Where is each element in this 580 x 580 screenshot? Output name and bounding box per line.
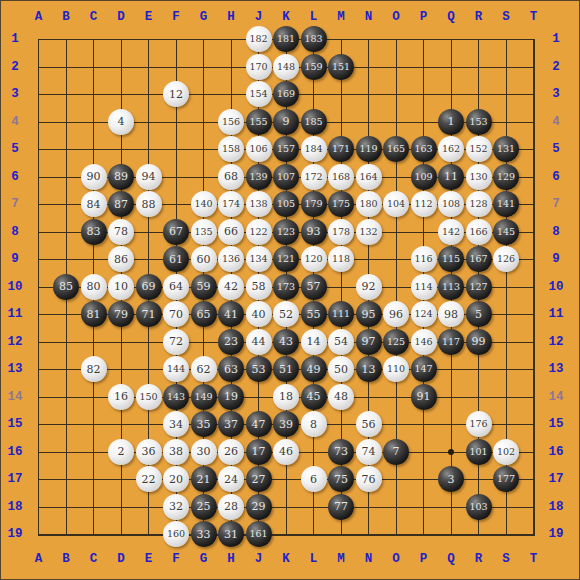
- stone-O7-move-104: 104: [383, 191, 409, 217]
- row-label-left-11: 11: [7, 307, 22, 321]
- stone-E7-move-88: 88: [136, 191, 162, 217]
- stone-P7-move-112: 112: [411, 191, 437, 217]
- col-label-bottom-G: G: [200, 552, 208, 566]
- stone-N5-move-119: 119: [356, 136, 382, 162]
- stone-S5-move-131: 131: [493, 136, 519, 162]
- row-label-right-5: 5: [552, 142, 560, 156]
- stone-D8-move-78: 78: [108, 219, 134, 245]
- stone-H14-move-19: 19: [218, 384, 244, 410]
- row-label-right-12: 12: [548, 335, 563, 349]
- col-label-top-S: S: [502, 10, 510, 24]
- row-label-left-3: 3: [11, 87, 19, 101]
- stone-K1-move-181: 181: [273, 26, 299, 52]
- stone-D14-move-16: 16: [108, 384, 134, 410]
- stone-H18-move-28: 28: [218, 494, 244, 520]
- col-label-top-L: L: [310, 10, 318, 24]
- stone-O16-move-7: 7: [383, 439, 409, 465]
- col-label-bottom-P: P: [420, 552, 428, 566]
- stone-H17-move-24: 24: [218, 466, 244, 492]
- stone-K13-move-51: 51: [273, 356, 299, 382]
- stone-S6-move-129: 129: [493, 164, 519, 190]
- stone-F9-move-61: 61: [163, 246, 189, 272]
- stone-F16-move-38: 38: [163, 439, 189, 465]
- stone-F15-move-34: 34: [163, 411, 189, 437]
- stone-R18-move-103: 103: [466, 494, 492, 520]
- stone-L7-move-179: 179: [301, 191, 327, 217]
- row-label-right-8: 8: [552, 225, 560, 239]
- stone-O12-move-125: 125: [383, 329, 409, 355]
- stone-O13-move-110: 110: [383, 356, 409, 382]
- stone-G8-move-135: 135: [191, 219, 217, 245]
- star-point-Q16: [448, 449, 454, 455]
- col-label-top-G: G: [200, 10, 208, 24]
- stone-R16-move-101: 101: [466, 439, 492, 465]
- stone-R6-move-130: 130: [466, 164, 492, 190]
- col-label-top-A: A: [35, 10, 43, 24]
- stone-H12-move-23: 23: [218, 329, 244, 355]
- row-label-left-7: 7: [11, 197, 19, 211]
- stone-P11-move-124: 124: [411, 301, 437, 327]
- stone-J2-move-170: 170: [246, 54, 272, 80]
- row-label-left-5: 5: [11, 142, 19, 156]
- stone-K12-move-43: 43: [273, 329, 299, 355]
- stone-H8-move-66: 66: [218, 219, 244, 245]
- row-label-left-18: 18: [7, 500, 22, 514]
- go-board: 1821811831701481591511215416941561559185…: [0, 0, 580, 580]
- stone-H11-move-41: 41: [218, 301, 244, 327]
- stone-J6-move-139: 139: [246, 164, 272, 190]
- stone-B10-move-85: 85: [53, 274, 79, 300]
- row-label-left-13: 13: [7, 362, 22, 376]
- stone-D7-move-87: 87: [108, 191, 134, 217]
- stone-N7-move-180: 180: [356, 191, 382, 217]
- col-label-bottom-C: C: [90, 552, 98, 566]
- stone-K7-move-105: 105: [273, 191, 299, 217]
- stone-E6-move-94: 94: [136, 164, 162, 190]
- stone-grid: 1821811831701481591511215416941561559185…: [25, 25, 548, 548]
- stone-Q7-move-108: 108: [438, 191, 464, 217]
- col-label-bottom-B: B: [62, 552, 70, 566]
- stone-H19-move-31: 31: [218, 521, 244, 547]
- stone-J5-move-106: 106: [246, 136, 272, 162]
- stone-J12-move-44: 44: [246, 329, 272, 355]
- row-label-left-10: 10: [7, 280, 22, 294]
- stone-H7-move-174: 174: [218, 191, 244, 217]
- row-label-left-9: 9: [11, 252, 19, 266]
- stone-L9-move-120: 120: [301, 246, 327, 272]
- stone-K10-move-173: 173: [273, 274, 299, 300]
- row-label-left-19: 19: [7, 527, 22, 541]
- col-label-bottom-R: R: [475, 552, 483, 566]
- stone-R12-move-99: 99: [466, 329, 492, 355]
- stone-F19-move-160: 160: [163, 521, 189, 547]
- col-label-bottom-E: E: [145, 552, 153, 566]
- stone-E14-move-150: 150: [136, 384, 162, 410]
- stone-Q5-move-162: 162: [438, 136, 464, 162]
- stone-J9-move-134: 134: [246, 246, 272, 272]
- row-label-left-2: 2: [11, 60, 19, 74]
- row-label-right-18: 18: [548, 500, 563, 514]
- stone-D9-move-86: 86: [108, 246, 134, 272]
- col-label-top-H: H: [227, 10, 235, 24]
- stone-F3-move-12: 12: [163, 81, 189, 107]
- stone-R5-move-152: 152: [466, 136, 492, 162]
- row-label-left-6: 6: [11, 170, 19, 184]
- stone-L4-move-185: 185: [301, 109, 327, 135]
- row-label-right-19: 19: [548, 527, 563, 541]
- row-label-right-16: 16: [548, 445, 563, 459]
- stone-G14-move-149: 149: [191, 384, 217, 410]
- stone-J8-move-122: 122: [246, 219, 272, 245]
- stone-F18-move-32: 32: [163, 494, 189, 520]
- row-label-right-11: 11: [548, 307, 563, 321]
- col-label-bottom-L: L: [310, 552, 318, 566]
- stone-G9-move-60: 60: [191, 246, 217, 272]
- stone-G18-move-25: 25: [191, 494, 217, 520]
- stone-M8-move-178: 178: [328, 219, 354, 245]
- stone-J17-move-27: 27: [246, 466, 272, 492]
- stone-K6-move-107: 107: [273, 164, 299, 190]
- stone-M11-move-111: 111: [328, 301, 354, 327]
- stone-M5-move-171: 171: [328, 136, 354, 162]
- col-label-bottom-D: D: [117, 552, 125, 566]
- col-label-bottom-S: S: [502, 552, 510, 566]
- stone-N8-move-132: 132: [356, 219, 382, 245]
- col-label-top-R: R: [475, 10, 483, 24]
- stone-G10-move-59: 59: [191, 274, 217, 300]
- stone-M12-move-54: 54: [328, 329, 354, 355]
- col-label-top-B: B: [62, 10, 70, 24]
- stone-N16-move-74: 74: [356, 439, 382, 465]
- row-label-left-8: 8: [11, 225, 19, 239]
- stone-J18-move-29: 29: [246, 494, 272, 520]
- stone-G15-move-35: 35: [191, 411, 217, 437]
- stone-M17-move-75: 75: [328, 466, 354, 492]
- stone-Q17-move-3: 3: [438, 466, 464, 492]
- stone-F8-move-67: 67: [163, 219, 189, 245]
- stone-H13-move-63: 63: [218, 356, 244, 382]
- col-label-top-M: M: [337, 10, 345, 24]
- stone-J10-move-58: 58: [246, 274, 272, 300]
- stone-F17-move-20: 20: [163, 466, 189, 492]
- stone-L11-move-55: 55: [301, 301, 327, 327]
- stone-L1-move-183: 183: [301, 26, 327, 52]
- stone-M14-move-48: 48: [328, 384, 354, 410]
- stone-K5-move-157: 157: [273, 136, 299, 162]
- stone-D4-move-4: 4: [108, 109, 134, 135]
- stone-G13-move-62: 62: [191, 356, 217, 382]
- stone-Q9-move-115: 115: [438, 246, 464, 272]
- stone-F12-move-72: 72: [163, 329, 189, 355]
- stone-C10-move-80: 80: [81, 274, 107, 300]
- stone-E16-move-36: 36: [136, 439, 162, 465]
- col-label-bottom-Q: Q: [447, 552, 455, 566]
- stone-M16-move-73: 73: [328, 439, 354, 465]
- stone-D10-move-10: 10: [108, 274, 134, 300]
- col-label-top-E: E: [145, 10, 153, 24]
- row-label-right-1: 1: [552, 32, 560, 46]
- stone-Q11-move-98: 98: [438, 301, 464, 327]
- stone-E17-move-22: 22: [136, 466, 162, 492]
- stone-J15-move-47: 47: [246, 411, 272, 437]
- stone-G11-move-65: 65: [191, 301, 217, 327]
- stone-R15-move-176: 176: [466, 411, 492, 437]
- stone-N12-move-97: 97: [356, 329, 382, 355]
- stone-M18-move-77: 77: [328, 494, 354, 520]
- stone-J19-move-161: 161: [246, 521, 272, 547]
- row-label-left-12: 12: [7, 335, 22, 349]
- row-label-right-2: 2: [552, 60, 560, 74]
- row-label-right-17: 17: [548, 472, 563, 486]
- col-label-bottom-N: N: [365, 552, 373, 566]
- stone-N10-move-92: 92: [356, 274, 382, 300]
- stone-G7-move-140: 140: [191, 191, 217, 217]
- stone-S9-move-126: 126: [493, 246, 519, 272]
- stone-L5-move-184: 184: [301, 136, 327, 162]
- stone-N17-move-76: 76: [356, 466, 382, 492]
- stone-J7-move-138: 138: [246, 191, 272, 217]
- stone-F10-move-64: 64: [163, 274, 189, 300]
- stone-N15-move-56: 56: [356, 411, 382, 437]
- stone-P9-move-116: 116: [411, 246, 437, 272]
- stone-P12-move-146: 146: [411, 329, 437, 355]
- row-label-right-13: 13: [548, 362, 563, 376]
- stone-R7-move-128: 128: [466, 191, 492, 217]
- stone-K16-move-46: 46: [273, 439, 299, 465]
- stone-J16-move-17: 17: [246, 439, 272, 465]
- stone-N6-move-164: 164: [356, 164, 382, 190]
- stone-K15-move-39: 39: [273, 411, 299, 437]
- stone-L10-move-57: 57: [301, 274, 327, 300]
- col-label-bottom-A: A: [35, 552, 43, 566]
- row-label-right-15: 15: [548, 417, 563, 431]
- col-label-top-D: D: [117, 10, 125, 24]
- stone-L17-move-6: 6: [301, 466, 327, 492]
- stone-P5-move-163: 163: [411, 136, 437, 162]
- row-label-right-10: 10: [548, 280, 563, 294]
- stone-L8-move-93: 93: [301, 219, 327, 245]
- col-label-bottom-K: K: [282, 552, 290, 566]
- stone-K8-move-123: 123: [273, 219, 299, 245]
- stone-C6-move-90: 90: [81, 164, 107, 190]
- stone-Q6-move-11: 11: [438, 164, 464, 190]
- col-label-top-K: K: [282, 10, 290, 24]
- stone-K9-move-121: 121: [273, 246, 299, 272]
- col-label-top-T: T: [530, 10, 538, 24]
- col-label-bottom-J: J: [255, 552, 263, 566]
- stone-M9-move-118: 118: [328, 246, 354, 272]
- stone-E10-move-69: 69: [136, 274, 162, 300]
- stone-L13-move-49: 49: [301, 356, 327, 382]
- stone-R8-move-166: 166: [466, 219, 492, 245]
- col-label-top-J: J: [255, 10, 263, 24]
- stone-L15-move-8: 8: [301, 411, 327, 437]
- row-label-left-16: 16: [7, 445, 22, 459]
- stone-M6-move-168: 168: [328, 164, 354, 190]
- stone-J1-move-182: 182: [246, 26, 272, 52]
- stone-M13-move-50: 50: [328, 356, 354, 382]
- stone-R9-move-167: 167: [466, 246, 492, 272]
- stone-H5-move-158: 158: [218, 136, 244, 162]
- stone-H6-move-68: 68: [218, 164, 244, 190]
- col-label-bottom-T: T: [530, 552, 538, 566]
- col-label-top-N: N: [365, 10, 373, 24]
- row-label-left-17: 17: [7, 472, 22, 486]
- stone-D11-move-79: 79: [108, 301, 134, 327]
- row-label-right-7: 7: [552, 197, 560, 211]
- stone-E11-move-71: 71: [136, 301, 162, 327]
- stone-L12-move-14: 14: [301, 329, 327, 355]
- stone-P13-move-147: 147: [411, 356, 437, 382]
- stone-K3-move-169: 169: [273, 81, 299, 107]
- stone-O5-move-165: 165: [383, 136, 409, 162]
- row-label-right-4: 4: [552, 115, 560, 129]
- stone-G16-move-30: 30: [191, 439, 217, 465]
- stone-F13-move-144: 144: [163, 356, 189, 382]
- stone-K4-move-9: 9: [273, 109, 299, 135]
- row-label-left-14: 14: [7, 390, 22, 404]
- stone-N11-move-95: 95: [356, 301, 382, 327]
- stone-J4-move-155: 155: [246, 109, 272, 135]
- row-label-right-3: 3: [552, 87, 560, 101]
- row-label-right-9: 9: [552, 252, 560, 266]
- stone-Q12-move-117: 117: [438, 329, 464, 355]
- row-label-right-14: 14: [548, 390, 563, 404]
- stone-C8-move-83: 83: [81, 219, 107, 245]
- stone-S16-move-102: 102: [493, 439, 519, 465]
- stone-F11-move-70: 70: [163, 301, 189, 327]
- stone-J3-move-154: 154: [246, 81, 272, 107]
- stone-S17-move-177: 177: [493, 466, 519, 492]
- stone-C13-move-82: 82: [81, 356, 107, 382]
- stone-N13-move-13: 13: [356, 356, 382, 382]
- stone-J11-move-40: 40: [246, 301, 272, 327]
- stone-P14-move-91: 91: [411, 384, 437, 410]
- stone-P10-move-114: 114: [411, 274, 437, 300]
- row-label-right-6: 6: [552, 170, 560, 184]
- stone-H4-move-156: 156: [218, 109, 244, 135]
- stone-K11-move-52: 52: [273, 301, 299, 327]
- stone-M7-move-175: 175: [328, 191, 354, 217]
- stone-Q10-move-113: 113: [438, 274, 464, 300]
- stone-K2-move-148: 148: [273, 54, 299, 80]
- col-label-top-P: P: [420, 10, 428, 24]
- col-label-bottom-M: M: [337, 552, 345, 566]
- stone-L2-move-159: 159: [301, 54, 327, 80]
- stone-G19-move-33: 33: [191, 521, 217, 547]
- row-label-left-1: 1: [11, 32, 19, 46]
- stone-O11-move-96: 96: [383, 301, 409, 327]
- col-label-top-C: C: [90, 10, 98, 24]
- stone-P6-move-109: 109: [411, 164, 437, 190]
- stone-H15-move-37: 37: [218, 411, 244, 437]
- row-label-left-4: 4: [11, 115, 19, 129]
- stone-R4-move-153: 153: [466, 109, 492, 135]
- stone-R11-move-5: 5: [466, 301, 492, 327]
- col-label-bottom-F: F: [172, 552, 180, 566]
- stone-L14-move-45: 45: [301, 384, 327, 410]
- row-label-left-15: 15: [7, 417, 22, 431]
- stone-J13-move-53: 53: [246, 356, 272, 382]
- stone-H16-move-26: 26: [218, 439, 244, 465]
- stone-C11-move-81: 81: [81, 301, 107, 327]
- stone-C7-move-84: 84: [81, 191, 107, 217]
- stone-Q8-move-142: 142: [438, 219, 464, 245]
- stone-Q4-move-1: 1: [438, 109, 464, 135]
- stone-S7-move-141: 141: [493, 191, 519, 217]
- col-label-top-F: F: [172, 10, 180, 24]
- stone-H9-move-136: 136: [218, 246, 244, 272]
- stone-K14-move-18: 18: [273, 384, 299, 410]
- stone-S8-move-145: 145: [493, 219, 519, 245]
- col-label-top-Q: Q: [447, 10, 455, 24]
- stone-D16-move-2: 2: [108, 439, 134, 465]
- col-label-top-O: O: [392, 10, 400, 24]
- stone-R10-move-127: 127: [466, 274, 492, 300]
- stone-G17-move-21: 21: [191, 466, 217, 492]
- col-label-bottom-O: O: [392, 552, 400, 566]
- stone-F14-move-143: 143: [163, 384, 189, 410]
- col-label-bottom-H: H: [227, 552, 235, 566]
- stone-L6-move-172: 172: [301, 164, 327, 190]
- stone-H10-move-42: 42: [218, 274, 244, 300]
- stone-M2-move-151: 151: [328, 54, 354, 80]
- stone-D6-move-89: 89: [108, 164, 134, 190]
